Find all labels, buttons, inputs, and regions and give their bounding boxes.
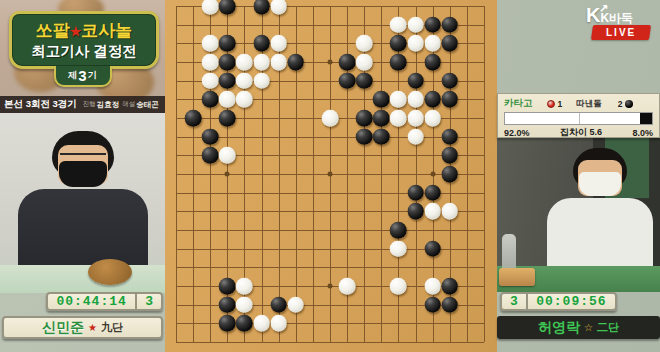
left-player-glasses	[60, 153, 106, 161]
star-point	[225, 172, 230, 177]
white-stone[interactable]	[270, 35, 287, 52]
black-stone[interactable]	[441, 296, 458, 313]
black-stone[interactable]	[287, 54, 304, 71]
black-stone[interactable]	[441, 128, 458, 145]
right-player-nameplate: 허영락 ☆ 二단	[497, 316, 660, 339]
white-stone[interactable]	[356, 54, 373, 71]
black-stone[interactable]	[339, 72, 356, 89]
white-stone[interactable]	[219, 147, 236, 164]
right-player-star-icon: ☆	[584, 322, 593, 333]
grid-line-horizontal	[176, 267, 484, 268]
white-stone[interactable]	[407, 110, 424, 127]
black-stone[interactable]	[253, 0, 270, 14]
black-stone[interactable]	[424, 54, 441, 71]
black-stone[interactable]	[219, 110, 236, 127]
water-bottle	[502, 234, 516, 270]
black-stone[interactable]	[219, 278, 236, 295]
edition-suffix: 기	[88, 69, 97, 82]
black-stone[interactable]	[441, 72, 458, 89]
white-stone[interactable]	[390, 16, 407, 33]
captures-label: 따낸돌	[576, 98, 602, 110]
black-stone[interactable]	[424, 240, 441, 257]
black-stone[interactable]	[270, 296, 287, 313]
title-star-icon: ★	[70, 24, 82, 39]
grid-line-horizontal	[176, 230, 484, 231]
black-stone[interactable]	[219, 54, 236, 71]
host-label: 진행	[83, 100, 96, 109]
logo-arrow-icon: ↗	[599, 2, 608, 15]
white-stone[interactable]	[424, 203, 441, 220]
white-stone[interactable]	[202, 54, 219, 71]
go-board[interactable]	[165, 0, 497, 352]
black-stone[interactable]	[219, 296, 236, 313]
right-clock-time: 00:09:56	[528, 294, 615, 309]
white-stone[interactable]	[390, 278, 407, 295]
white-stone[interactable]	[236, 91, 253, 108]
black-stone[interactable]	[407, 72, 424, 89]
black-stone[interactable]	[407, 203, 424, 220]
black-stone[interactable]	[441, 166, 458, 183]
white-stone[interactable]	[236, 296, 253, 313]
left-stone-bowl	[88, 259, 132, 285]
black-stone[interactable]	[441, 91, 458, 108]
tournament-name: 최고기사 결정전	[31, 42, 137, 61]
black-stone[interactable]	[373, 110, 390, 127]
white-stone[interactable]	[441, 203, 458, 220]
right-player-name: 허영락	[538, 319, 580, 337]
black-stone[interactable]	[339, 54, 356, 71]
white-stone[interactable]	[270, 54, 287, 71]
white-stone[interactable]	[270, 315, 287, 332]
white-stone[interactable]	[236, 278, 253, 295]
live-label: LIVE	[606, 27, 636, 38]
black-stone[interactable]	[356, 72, 373, 89]
white-stone[interactable]	[390, 240, 407, 257]
black-stone[interactable]	[424, 296, 441, 313]
winrate-bar-center-tick	[579, 113, 580, 124]
white-stone[interactable]	[407, 128, 424, 145]
left-player-star-icon: ★	[88, 322, 97, 333]
edition-prefix: 제	[68, 69, 77, 82]
star-point	[430, 172, 435, 177]
white-stone[interactable]	[407, 35, 424, 52]
left-clock-time: 00:44:14	[48, 294, 135, 309]
edition-tab: 제 3 기	[54, 66, 112, 87]
white-stone[interactable]	[424, 35, 441, 52]
white-stone[interactable]	[202, 72, 219, 89]
black-stone[interactable]	[219, 35, 236, 52]
right-byoyomi-periods: 3	[502, 294, 526, 309]
white-stone[interactable]	[322, 110, 339, 127]
black-stone[interactable]	[441, 278, 458, 295]
black-stone[interactable]	[373, 128, 390, 145]
black-stone[interactable]	[219, 72, 236, 89]
white-winrate: 92.0%	[504, 128, 530, 138]
star-point	[328, 172, 333, 177]
black-stone[interactable]	[424, 91, 441, 108]
right-column: K↗K바둑 LIVE 카타고 1 따낸돌 2 92.0% 집차이 5.6 8.0…	[497, 0, 660, 352]
black-stone[interactable]	[185, 110, 202, 127]
analysis-header: 카타고 1 따낸돌 2	[504, 97, 653, 110]
right-player-rank: 二단	[597, 320, 619, 335]
title-right: 코사놀	[81, 21, 132, 40]
white-stone[interactable]	[270, 0, 287, 14]
star-point	[328, 284, 333, 289]
engine-name: 카타고	[504, 97, 533, 110]
grid-line-vertical	[467, 6, 468, 342]
black-stone[interactable]	[356, 110, 373, 127]
black-stone[interactable]	[390, 35, 407, 52]
white-stone[interactable]	[339, 278, 356, 295]
white-stone[interactable]	[202, 0, 219, 14]
white-captures-count: 1	[558, 99, 563, 109]
white-stone[interactable]	[236, 72, 253, 89]
score-difference: 집차이 5.6	[560, 126, 602, 139]
left-player-rank: 九단	[101, 320, 123, 335]
black-stone[interactable]	[407, 184, 424, 201]
host-name: 김효정	[97, 100, 120, 110]
black-stone[interactable]	[202, 128, 219, 145]
grid-line-vertical	[484, 6, 485, 342]
white-stone[interactable]	[390, 110, 407, 127]
left-byoyomi-periods: 3	[137, 294, 161, 309]
black-stone[interactable]	[253, 35, 270, 52]
black-stone[interactable]	[441, 35, 458, 52]
grid-line-horizontal	[176, 342, 484, 343]
grid-line-vertical	[416, 6, 417, 342]
analysis-footer: 92.0% 집차이 5.6 8.0%	[504, 126, 653, 139]
white-stone[interactable]	[253, 315, 270, 332]
white-stone[interactable]	[407, 16, 424, 33]
black-capture-stone-icon	[625, 100, 633, 108]
broadcast-frame: 쏘팔★코사놀 최고기사 결정전 제 3 기 본선 3회전 3경기 진행 김효정 …	[0, 0, 660, 352]
white-stone[interactable]	[390, 91, 407, 108]
white-stone[interactable]	[253, 54, 270, 71]
left-column: 쏘팔★코사놀 최고기사 결정전 제 3 기 본선 3회전 3경기 진행 김효정 …	[0, 0, 165, 352]
black-stone[interactable]	[390, 222, 407, 239]
black-stone[interactable]	[202, 147, 219, 164]
white-stone[interactable]	[253, 72, 270, 89]
left-player-name: 신민준	[42, 319, 84, 337]
black-captures-count: 2	[618, 99, 623, 109]
white-stone[interactable]	[287, 296, 304, 313]
commentator-name: 송태곤	[136, 100, 159, 110]
edition-number: 3	[78, 67, 86, 84]
black-winrate: 8.0%	[632, 128, 653, 138]
right-player-webcam	[497, 138, 660, 292]
black-stone[interactable]	[219, 315, 236, 332]
go-board-grid	[176, 6, 484, 342]
left-player-mask	[59, 161, 107, 187]
grid-line-vertical	[381, 6, 382, 342]
winrate-bar	[504, 112, 653, 125]
tournament-title-banner: 쏘팔★코사놀 최고기사 결정전	[9, 11, 159, 69]
white-stone[interactable]	[407, 91, 424, 108]
tournament-sponsor-title: 쏘팔★코사놀	[36, 19, 133, 42]
black-stone[interactable]	[219, 0, 236, 14]
white-stone[interactable]	[202, 35, 219, 52]
black-stone[interactable]	[356, 128, 373, 145]
left-table	[0, 265, 165, 293]
channel-logo: K↗K바둑 LIVE	[586, 4, 656, 42]
black-stone[interactable]	[390, 54, 407, 71]
star-point	[328, 60, 333, 65]
white-stone[interactable]	[424, 110, 441, 127]
title-left: 쏘팔	[36, 21, 70, 40]
black-stone[interactable]	[202, 91, 219, 108]
left-player-clock: 00:44:14 3	[46, 292, 163, 311]
live-badge: LIVE	[591, 25, 651, 40]
black-stone[interactable]	[441, 16, 458, 33]
right-player-mask	[579, 172, 621, 196]
left-player-webcam	[0, 113, 165, 293]
white-stone[interactable]	[356, 35, 373, 52]
right-player-clock: 3 00:09:56	[500, 292, 617, 311]
black-stone[interactable]	[373, 91, 390, 108]
white-stone[interactable]	[219, 91, 236, 108]
round-label: 본선 3회전 3경기	[4, 98, 77, 111]
winrate-bar-black-segment	[640, 113, 652, 124]
ai-analysis-panel: 카타고 1 따낸돌 2 92.0% 집차이 5.6 8.0%	[497, 93, 660, 138]
black-stone[interactable]	[424, 16, 441, 33]
left-player-nameplate: 신민준 ★ 九단	[2, 316, 163, 339]
commentator-label: 해설	[122, 100, 135, 109]
black-stone[interactable]	[441, 147, 458, 164]
black-stone[interactable]	[424, 184, 441, 201]
right-stone-bowl	[499, 268, 535, 286]
white-stone[interactable]	[236, 54, 253, 71]
white-capture-stone-icon	[547, 100, 555, 108]
white-stone[interactable]	[424, 278, 441, 295]
round-info-bar: 본선 3회전 3경기 진행 김효정 해설 송태곤	[0, 96, 165, 113]
black-stone[interactable]	[236, 315, 253, 332]
